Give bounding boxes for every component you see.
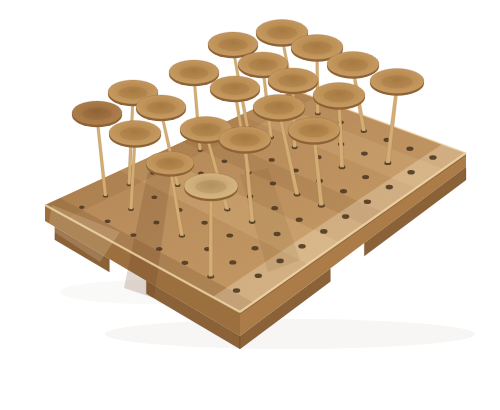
peg-hole[interactable] bbox=[270, 182, 276, 186]
peg-hole[interactable] bbox=[229, 260, 236, 264]
peg-hole[interactable] bbox=[340, 189, 347, 193]
peg-hole[interactable] bbox=[320, 229, 327, 234]
peg-hole[interactable] bbox=[251, 246, 258, 250]
peg-hole[interactable] bbox=[361, 152, 368, 156]
peg-disc-inner-shade bbox=[264, 101, 294, 114]
peg-hole[interactable] bbox=[274, 232, 281, 236]
peg-stick bbox=[209, 191, 213, 277]
pegboard-scene bbox=[0, 0, 500, 410]
peg-hole[interactable] bbox=[406, 147, 413, 151]
peg-disc-inner-shade bbox=[338, 58, 368, 71]
peg-disc-inner-shade bbox=[156, 158, 184, 170]
peg-hole[interactable] bbox=[105, 219, 111, 223]
peg-hole[interactable] bbox=[429, 155, 436, 160]
peg-disc-inner-shade bbox=[119, 87, 148, 99]
peg-hole[interactable] bbox=[201, 221, 207, 225]
peg-hole[interactable] bbox=[255, 273, 262, 278]
peg-disc-inner-shade bbox=[299, 124, 329, 137]
peg-hole[interactable] bbox=[233, 288, 240, 293]
peg-disc-inner-shade bbox=[279, 75, 308, 87]
peg-hole[interactable] bbox=[153, 221, 159, 225]
peg-hole[interactable] bbox=[130, 233, 136, 237]
peg-hole[interactable] bbox=[407, 170, 414, 175]
peg-disc-inner-shade bbox=[120, 127, 150, 140]
peg-hole[interactable] bbox=[386, 185, 393, 190]
peg-hole[interactable] bbox=[182, 261, 189, 265]
peg-hole[interactable] bbox=[342, 214, 349, 219]
peg-disc-inner-shade bbox=[381, 75, 412, 88]
peg-hole[interactable] bbox=[298, 244, 305, 249]
peg-hole[interactable] bbox=[79, 206, 84, 209]
peg-hole[interactable] bbox=[276, 259, 283, 264]
peg-hole[interactable] bbox=[271, 206, 278, 210]
peg-disc-inner-shade bbox=[83, 108, 112, 120]
peg-disc-inner-shade bbox=[249, 59, 278, 71]
peg-hole[interactable] bbox=[362, 175, 369, 179]
peg-hole[interactable] bbox=[222, 160, 228, 164]
peg-hole[interactable] bbox=[364, 200, 371, 205]
peg-hole[interactable] bbox=[151, 196, 157, 200]
peg-disc-inner-shade bbox=[267, 26, 297, 39]
peg-disc-inner-shade bbox=[302, 41, 332, 54]
peg-disc-inner-shade bbox=[221, 83, 250, 95]
peg-disc-inner-shade bbox=[230, 133, 260, 146]
peg-hole[interactable] bbox=[296, 218, 303, 222]
peg-disc-inner-shade bbox=[191, 123, 221, 136]
ground-shadow bbox=[105, 319, 475, 349]
peg-disc-inner-shade bbox=[180, 67, 209, 79]
peg-disc-inner-shade bbox=[195, 180, 226, 194]
peg-hole[interactable] bbox=[226, 233, 233, 237]
peg-hole[interactable] bbox=[156, 247, 162, 251]
peg-hole[interactable] bbox=[269, 158, 275, 162]
peg-disc-inner-shade bbox=[219, 39, 248, 51]
peg-disc-inner-shade bbox=[324, 89, 354, 102]
pegboard-svg bbox=[0, 0, 500, 410]
peg-disc-inner-shade bbox=[147, 102, 176, 114]
